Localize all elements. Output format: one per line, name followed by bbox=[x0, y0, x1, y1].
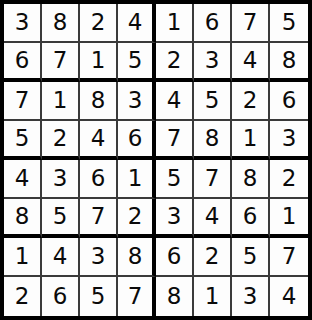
sudoku-cell-r8c6[interactable]: 1 bbox=[194, 277, 232, 316]
sudoku-cell-r7c8[interactable]: 7 bbox=[270, 238, 308, 277]
sudoku-cell-r3c6[interactable]: 5 bbox=[194, 82, 232, 121]
sudoku-cell-r4c2[interactable]: 2 bbox=[42, 121, 80, 160]
sudoku-cell-r2c7[interactable]: 4 bbox=[232, 43, 270, 82]
sudoku-cell-r4c6[interactable]: 8 bbox=[194, 121, 232, 160]
sudoku-cell-r8c4[interactable]: 7 bbox=[118, 277, 156, 316]
sudoku-cell-r6c1[interactable]: 8 bbox=[4, 199, 42, 238]
sudoku-cell-r4c8[interactable]: 3 bbox=[270, 121, 308, 160]
sudoku-cell-r8c5[interactable]: 8 bbox=[156, 277, 194, 316]
sudoku-cell-r2c3[interactable]: 1 bbox=[80, 43, 118, 82]
sudoku-cell-r8c7[interactable]: 3 bbox=[232, 277, 270, 316]
sudoku-cell-r5c4[interactable]: 1 bbox=[118, 160, 156, 199]
sudoku-cell-r2c5[interactable]: 2 bbox=[156, 43, 194, 82]
sudoku-cell-r3c8[interactable]: 6 bbox=[270, 82, 308, 121]
sudoku-cell-r5c8[interactable]: 2 bbox=[270, 160, 308, 199]
sudoku-cell-r3c5[interactable]: 4 bbox=[156, 82, 194, 121]
sudoku-cell-r7c4[interactable]: 8 bbox=[118, 238, 156, 277]
sudoku-cell-r3c4[interactable]: 3 bbox=[118, 82, 156, 121]
sudoku-cell-r4c4[interactable]: 6 bbox=[118, 121, 156, 160]
sudoku-cell-r1c2[interactable]: 8 bbox=[42, 4, 80, 43]
sudoku-cell-r5c7[interactable]: 8 bbox=[232, 160, 270, 199]
sudoku-cell-r6c8[interactable]: 1 bbox=[270, 199, 308, 238]
sudoku-app: 3824167567152348718345265246781343615782… bbox=[0, 0, 312, 320]
sudoku-cell-r7c3[interactable]: 3 bbox=[80, 238, 118, 277]
sudoku-cell-r2c1[interactable]: 6 bbox=[4, 43, 42, 82]
sudoku-cell-r4c1[interactable]: 5 bbox=[4, 121, 42, 160]
sudoku-cell-r7c5[interactable]: 6 bbox=[156, 238, 194, 277]
sudoku-cell-r2c2[interactable]: 7 bbox=[42, 43, 80, 82]
sudoku-cell-r5c1[interactable]: 4 bbox=[4, 160, 42, 199]
sudoku-cell-r8c3[interactable]: 5 bbox=[80, 277, 118, 316]
sudoku-cell-r8c1[interactable]: 2 bbox=[4, 277, 42, 316]
sudoku-cell-r3c2[interactable]: 1 bbox=[42, 82, 80, 121]
sudoku-cell-r4c3[interactable]: 4 bbox=[80, 121, 118, 160]
sudoku-cell-r8c8[interactable]: 4 bbox=[270, 277, 308, 316]
sudoku-cell-r2c4[interactable]: 5 bbox=[118, 43, 156, 82]
sudoku-cell-r5c2[interactable]: 3 bbox=[42, 160, 80, 199]
sudoku-cell-r3c7[interactable]: 2 bbox=[232, 82, 270, 121]
sudoku-cell-r6c5[interactable]: 3 bbox=[156, 199, 194, 238]
sudoku-cell-r1c7[interactable]: 7 bbox=[232, 4, 270, 43]
sudoku-cell-r4c7[interactable]: 1 bbox=[232, 121, 270, 160]
sudoku-cell-r2c8[interactable]: 8 bbox=[270, 43, 308, 82]
sudoku-cell-r1c6[interactable]: 6 bbox=[194, 4, 232, 43]
sudoku-cell-r3c1[interactable]: 7 bbox=[4, 82, 42, 121]
sudoku-cell-r7c1[interactable]: 1 bbox=[4, 238, 42, 277]
sudoku-cell-r1c1[interactable]: 3 bbox=[4, 4, 42, 43]
sudoku-board: 3824167567152348718345265246781343615782… bbox=[0, 0, 312, 320]
sudoku-cell-r7c2[interactable]: 4 bbox=[42, 238, 80, 277]
sudoku-cell-r8c2[interactable]: 6 bbox=[42, 277, 80, 316]
sudoku-cell-r5c6[interactable]: 7 bbox=[194, 160, 232, 199]
sudoku-cell-r3c3[interactable]: 8 bbox=[80, 82, 118, 121]
sudoku-cell-r1c3[interactable]: 2 bbox=[80, 4, 118, 43]
sudoku-cell-r7c7[interactable]: 5 bbox=[232, 238, 270, 277]
sudoku-cell-r7c6[interactable]: 2 bbox=[194, 238, 232, 277]
sudoku-cell-r6c7[interactable]: 6 bbox=[232, 199, 270, 238]
sudoku-cell-r2c6[interactable]: 3 bbox=[194, 43, 232, 82]
sudoku-cell-r1c4[interactable]: 4 bbox=[118, 4, 156, 43]
sudoku-cell-r6c4[interactable]: 2 bbox=[118, 199, 156, 238]
sudoku-cell-r6c6[interactable]: 4 bbox=[194, 199, 232, 238]
sudoku-cell-r4c5[interactable]: 7 bbox=[156, 121, 194, 160]
sudoku-cell-r5c3[interactable]: 6 bbox=[80, 160, 118, 199]
sudoku-cell-r6c2[interactable]: 5 bbox=[42, 199, 80, 238]
sudoku-cell-r6c3[interactable]: 7 bbox=[80, 199, 118, 238]
sudoku-cell-r1c8[interactable]: 5 bbox=[270, 4, 308, 43]
sudoku-cell-r5c5[interactable]: 5 bbox=[156, 160, 194, 199]
sudoku-cell-r1c5[interactable]: 1 bbox=[156, 4, 194, 43]
